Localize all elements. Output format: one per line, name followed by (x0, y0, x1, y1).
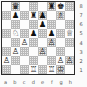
file-label-f: f (47, 77, 56, 86)
file-label-b: b (10, 77, 19, 86)
rank-label-8: 8 (76, 1, 86, 10)
square-d2[interactable] (29, 56, 38, 65)
square-f6[interactable] (47, 20, 56, 29)
square-a3[interactable] (2, 47, 11, 56)
square-f7[interactable] (47, 11, 56, 20)
white-pawn-piece: ♙ (21, 38, 29, 47)
square-f4[interactable]: ♙ (47, 38, 56, 47)
square-h1[interactable] (65, 65, 74, 74)
square-e2[interactable] (38, 56, 47, 65)
square-g1[interactable]: ♔ (56, 65, 65, 74)
square-h2[interactable]: ♙ (65, 56, 74, 65)
square-d4[interactable] (29, 38, 38, 47)
black-rook-piece: ♜ (48, 2, 56, 11)
white-pawn-piece: ♙ (3, 56, 11, 65)
rank-label-5: 5 (76, 29, 86, 38)
square-a5[interactable] (2, 29, 11, 38)
square-a7[interactable] (2, 11, 11, 20)
square-g4[interactable] (56, 38, 65, 47)
white-pawn-piece: ♙ (66, 56, 74, 65)
black-king-piece: ♚ (57, 2, 65, 11)
square-f2[interactable] (47, 56, 56, 65)
square-c2[interactable] (20, 56, 29, 65)
square-b3[interactable]: ♙ (11, 47, 20, 56)
file-label-e: e (38, 77, 47, 86)
white-pawn-piece: ♙ (57, 56, 65, 65)
rank-label-4: 4 (76, 38, 86, 47)
square-d6[interactable] (29, 20, 38, 29)
square-d8[interactable] (29, 2, 38, 11)
square-h8[interactable] (65, 2, 74, 11)
square-c6[interactable] (20, 20, 29, 29)
square-f1[interactable]: ♖ (47, 65, 56, 74)
square-b8[interactable]: ♛ (11, 2, 20, 11)
square-f3[interactable] (47, 47, 56, 56)
square-h6[interactable] (65, 20, 74, 29)
file-label-h: h (66, 77, 75, 86)
white-knight-piece: ♘ (12, 29, 20, 38)
rank-label-7: 7 (76, 10, 86, 19)
square-e1[interactable] (38, 65, 47, 74)
white-rook-piece: ♖ (30, 65, 38, 74)
square-b5[interactable]: ♘ (11, 29, 20, 38)
square-h7[interactable] (65, 11, 74, 20)
square-c4[interactable]: ♙ (20, 38, 29, 47)
square-a6[interactable] (2, 20, 11, 29)
square-h4[interactable] (65, 38, 74, 47)
white-rook-piece: ♖ (48, 65, 56, 74)
square-a1[interactable] (2, 65, 11, 74)
white-king-piece: ♔ (57, 65, 65, 74)
white-queen-piece: ♕ (66, 29, 74, 38)
square-g3[interactable] (56, 47, 65, 56)
chess-board: ♛♜♚♟♜♟♗♟♘♟♟♕♙♙♙♙♙♙♙♖♖♔ (1, 1, 75, 75)
square-b6[interactable] (11, 20, 20, 29)
rank-label-3: 3 (76, 47, 86, 56)
square-c3[interactable] (20, 47, 29, 56)
white-pawn-piece: ♙ (12, 47, 20, 56)
square-a8[interactable] (2, 2, 11, 11)
black-pawn-piece: ♟ (12, 11, 20, 20)
black-pawn-piece: ♟ (39, 20, 47, 29)
square-b1[interactable] (11, 65, 20, 74)
square-d7[interactable]: ♜ (29, 11, 38, 20)
rank-label-2: 2 (76, 57, 86, 66)
file-label-d: d (29, 77, 38, 86)
square-b4[interactable] (11, 38, 20, 47)
square-e3[interactable]: ♙ (38, 47, 47, 56)
square-e5[interactable] (38, 29, 47, 38)
square-g2[interactable]: ♙ (56, 56, 65, 65)
white-pawn-piece: ♙ (48, 38, 56, 47)
square-b2[interactable] (11, 56, 20, 65)
white-pawn-piece: ♙ (39, 47, 47, 56)
black-pawn-piece: ♟ (39, 11, 47, 20)
file-label-a: a (1, 77, 10, 86)
rank-label-1: 1 (76, 66, 86, 75)
square-g8[interactable]: ♚ (56, 2, 65, 11)
black-rook-piece: ♜ (30, 11, 38, 20)
file-labels: abcdefgh (1, 77, 75, 86)
square-e4[interactable] (38, 38, 47, 47)
square-h5[interactable]: ♕ (65, 29, 74, 38)
black-pawn-piece: ♟ (30, 29, 38, 38)
square-e8[interactable] (38, 2, 47, 11)
square-g5[interactable] (56, 29, 65, 38)
white-bishop-piece: ♗ (57, 11, 65, 20)
square-c8[interactable] (20, 2, 29, 11)
square-d3[interactable] (29, 47, 38, 56)
square-d1[interactable]: ♖ (29, 65, 38, 74)
square-g6[interactable] (56, 20, 65, 29)
square-h3[interactable] (65, 47, 74, 56)
square-d5[interactable]: ♟ (29, 29, 38, 38)
square-f5[interactable]: ♟ (47, 29, 56, 38)
square-g7[interactable]: ♗ (56, 11, 65, 20)
square-f8[interactable]: ♜ (47, 2, 56, 11)
black-queen-piece: ♛ (12, 2, 20, 11)
square-c5[interactable] (20, 29, 29, 38)
square-e7[interactable]: ♟ (38, 11, 47, 20)
square-b7[interactable]: ♟ (11, 11, 20, 20)
square-a4[interactable] (2, 38, 11, 47)
file-label-g: g (57, 77, 66, 86)
square-e6[interactable]: ♟ (38, 20, 47, 29)
square-c1[interactable] (20, 65, 29, 74)
rank-label-6: 6 (76, 20, 86, 29)
black-pawn-piece: ♟ (48, 29, 56, 38)
square-c7[interactable] (20, 11, 29, 20)
file-label-c: c (20, 77, 29, 86)
chess-diagram: ♛♜♚♟♜♟♗♟♘♟♟♕♙♙♙♙♙♙♙♖♖♔ 87654321 abcdefgh (0, 0, 87, 87)
rank-labels: 87654321 (76, 1, 86, 75)
square-a2[interactable]: ♙ (2, 56, 11, 65)
